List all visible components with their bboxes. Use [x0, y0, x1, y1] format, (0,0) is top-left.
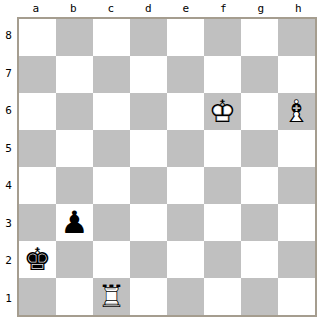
- rank-labels: 87654321: [0, 17, 17, 317]
- square-c2[interactable]: [93, 241, 130, 278]
- square-e7[interactable]: [167, 56, 204, 93]
- square-d1[interactable]: [130, 278, 167, 315]
- square-h2[interactable]: [278, 241, 315, 278]
- file-label-h: h: [280, 0, 318, 17]
- file-label-a: a: [17, 0, 55, 17]
- square-c3[interactable]: [93, 204, 130, 241]
- file-labels: abcdefgh: [17, 0, 317, 17]
- square-h4[interactable]: [278, 167, 315, 204]
- square-a6[interactable]: [19, 93, 56, 130]
- square-b2[interactable]: [56, 241, 93, 278]
- square-b5[interactable]: [56, 130, 93, 167]
- square-f1[interactable]: [204, 278, 241, 315]
- file-label-f: f: [205, 0, 243, 17]
- file-label-d: d: [130, 0, 168, 17]
- square-d8[interactable]: [130, 19, 167, 56]
- square-c7[interactable]: [93, 56, 130, 93]
- square-e8[interactable]: [167, 19, 204, 56]
- square-a3[interactable]: [19, 204, 56, 241]
- file-label-c: c: [92, 0, 130, 17]
- black-pawn-icon: ♟: [59, 207, 90, 238]
- rank-label-5: 5: [0, 130, 17, 168]
- square-b4[interactable]: [56, 167, 93, 204]
- square-f6[interactable]: ♚♔: [204, 93, 241, 130]
- square-b8[interactable]: [56, 19, 93, 56]
- square-h3[interactable]: [278, 204, 315, 241]
- square-g6[interactable]: [241, 93, 278, 130]
- file-label-b: b: [55, 0, 93, 17]
- square-e5[interactable]: [167, 130, 204, 167]
- square-c5[interactable]: [93, 130, 130, 167]
- square-h8[interactable]: [278, 19, 315, 56]
- square-f2[interactable]: [204, 241, 241, 278]
- square-a4[interactable]: [19, 167, 56, 204]
- chess-board: ♚♔♝♗♟♚♜♖: [17, 17, 317, 317]
- square-a2[interactable]: ♚: [19, 241, 56, 278]
- square-f8[interactable]: [204, 19, 241, 56]
- rank-label-7: 7: [0, 55, 17, 93]
- square-c8[interactable]: [93, 19, 130, 56]
- square-h1[interactable]: [278, 278, 315, 315]
- square-f5[interactable]: [204, 130, 241, 167]
- square-b6[interactable]: [56, 93, 93, 130]
- square-f7[interactable]: [204, 56, 241, 93]
- square-g7[interactable]: [241, 56, 278, 93]
- square-g1[interactable]: [241, 278, 278, 315]
- rank-label-1: 1: [0, 280, 17, 318]
- square-f3[interactable]: [204, 204, 241, 241]
- black-king-icon: ♚: [22, 244, 53, 275]
- square-a1[interactable]: [19, 278, 56, 315]
- square-d3[interactable]: [130, 204, 167, 241]
- square-d5[interactable]: [130, 130, 167, 167]
- square-b7[interactable]: [56, 56, 93, 93]
- square-e2[interactable]: [167, 241, 204, 278]
- square-b3[interactable]: ♟: [56, 204, 93, 241]
- rank-label-8: 8: [0, 17, 17, 55]
- white-rook-icon: ♜♖: [96, 281, 127, 312]
- square-e4[interactable]: [167, 167, 204, 204]
- white-bishop-icon: ♝♗: [281, 96, 312, 127]
- rank-label-3: 3: [0, 205, 17, 243]
- square-e1[interactable]: [167, 278, 204, 315]
- square-g3[interactable]: [241, 204, 278, 241]
- square-h7[interactable]: [278, 56, 315, 93]
- square-a8[interactable]: [19, 19, 56, 56]
- square-f4[interactable]: [204, 167, 241, 204]
- square-h6[interactable]: ♝♗: [278, 93, 315, 130]
- white-king-icon: ♚♔: [207, 96, 238, 127]
- square-g5[interactable]: [241, 130, 278, 167]
- rank-label-6: 6: [0, 92, 17, 130]
- square-d4[interactable]: [130, 167, 167, 204]
- square-c6[interactable]: [93, 93, 130, 130]
- chess-diagram: abcdefgh 87654321 ♚♔♝♗♟♚♜♖: [0, 0, 320, 320]
- file-label-e: e: [167, 0, 205, 17]
- square-d6[interactable]: [130, 93, 167, 130]
- square-g2[interactable]: [241, 241, 278, 278]
- rank-label-4: 4: [0, 167, 17, 205]
- square-b1[interactable]: [56, 278, 93, 315]
- rank-label-2: 2: [0, 242, 17, 280]
- square-c4[interactable]: [93, 167, 130, 204]
- file-label-g: g: [242, 0, 280, 17]
- square-d7[interactable]: [130, 56, 167, 93]
- square-g4[interactable]: [241, 167, 278, 204]
- square-g8[interactable]: [241, 19, 278, 56]
- square-h5[interactable]: [278, 130, 315, 167]
- square-d2[interactable]: [130, 241, 167, 278]
- square-a5[interactable]: [19, 130, 56, 167]
- square-c1[interactable]: ♜♖: [93, 278, 130, 315]
- square-a7[interactable]: [19, 56, 56, 93]
- square-e3[interactable]: [167, 204, 204, 241]
- square-e6[interactable]: [167, 93, 204, 130]
